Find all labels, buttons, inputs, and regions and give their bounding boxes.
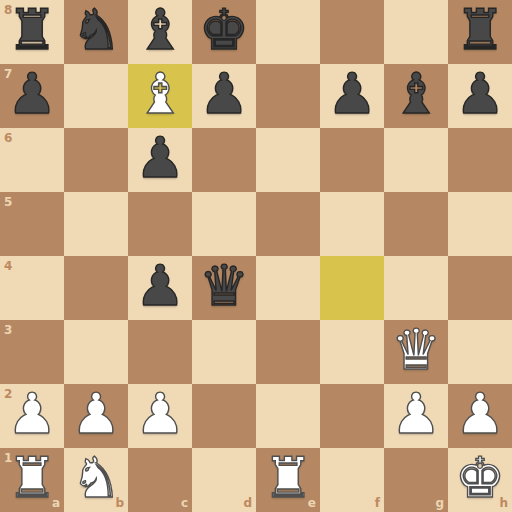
square-h5[interactable] (448, 192, 512, 256)
square-c1[interactable]: c (128, 448, 192, 512)
black-pawn-icon[interactable]: ♟ (135, 254, 185, 318)
square-f1[interactable]: f (320, 448, 384, 512)
square-f6[interactable] (320, 128, 384, 192)
black-bishop-icon[interactable]: ♝ (135, 0, 185, 62)
square-a8[interactable]: 8♜ (0, 0, 64, 64)
file-label-c: c (181, 497, 188, 509)
square-c6[interactable]: ♟ (128, 128, 192, 192)
square-d1[interactable]: d (192, 448, 256, 512)
square-d5[interactable] (192, 192, 256, 256)
black-pawn-icon[interactable]: ♟ (199, 62, 249, 126)
square-e6[interactable] (256, 128, 320, 192)
square-g3[interactable]: ♛ (384, 320, 448, 384)
square-c7[interactable]: ♝ (128, 64, 192, 128)
square-g1[interactable]: g (384, 448, 448, 512)
white-queen-icon[interactable]: ♛ (391, 318, 441, 382)
square-b1[interactable]: b♞ (64, 448, 128, 512)
square-h1[interactable]: h♚ (448, 448, 512, 512)
square-f8[interactable] (320, 0, 384, 64)
white-knight-icon[interactable]: ♞ (71, 446, 121, 510)
file-label-f: f (375, 497, 380, 509)
black-pawn-icon[interactable]: ♟ (455, 62, 505, 126)
square-e2[interactable] (256, 384, 320, 448)
rank-label-5: 5 (4, 196, 12, 208)
square-e1[interactable]: e♜ (256, 448, 320, 512)
black-pawn-icon[interactable]: ♟ (7, 62, 57, 126)
black-knight-icon[interactable]: ♞ (71, 0, 121, 62)
white-pawn-icon[interactable]: ♟ (455, 382, 505, 446)
square-d2[interactable] (192, 384, 256, 448)
white-pawn-icon[interactable]: ♟ (391, 382, 441, 446)
square-a2[interactable]: 2♟ (0, 384, 64, 448)
square-b5[interactable] (64, 192, 128, 256)
square-d3[interactable] (192, 320, 256, 384)
black-pawn-icon[interactable]: ♟ (135, 126, 185, 190)
square-e7[interactable] (256, 64, 320, 128)
white-pawn-icon[interactable]: ♟ (7, 382, 57, 446)
square-b2[interactable]: ♟ (64, 384, 128, 448)
square-h7[interactable]: ♟ (448, 64, 512, 128)
square-h4[interactable] (448, 256, 512, 320)
square-f3[interactable] (320, 320, 384, 384)
rank-label-6: 6 (4, 132, 12, 144)
square-d4[interactable]: ♛ (192, 256, 256, 320)
white-rook-icon[interactable]: ♜ (263, 446, 313, 510)
square-f4[interactable] (320, 256, 384, 320)
square-a7[interactable]: 7♟ (0, 64, 64, 128)
square-b4[interactable] (64, 256, 128, 320)
square-f5[interactable] (320, 192, 384, 256)
square-e4[interactable] (256, 256, 320, 320)
square-a6[interactable]: 6 (0, 128, 64, 192)
white-king-icon[interactable]: ♚ (455, 446, 505, 510)
black-king-icon[interactable]: ♚ (199, 0, 249, 62)
square-d7[interactable]: ♟ (192, 64, 256, 128)
file-label-g: g (435, 497, 444, 509)
square-g4[interactable] (384, 256, 448, 320)
black-bishop-icon[interactable]: ♝ (391, 62, 441, 126)
square-d6[interactable] (192, 128, 256, 192)
square-b8[interactable]: ♞ (64, 0, 128, 64)
square-h8[interactable]: ♜ (448, 0, 512, 64)
rank-label-3: 3 (4, 324, 12, 336)
chess-board: 8♜♞♝♚♜7♟♝♟♟♝♟6♟54♟♛3♛2♟♟♟♟♟1a♜b♞cde♜fgh♚ (0, 0, 512, 512)
white-pawn-icon[interactable]: ♟ (135, 382, 185, 446)
rank-label-4: 4 (4, 260, 12, 272)
white-pawn-icon[interactable]: ♟ (71, 382, 121, 446)
file-label-d: d (243, 497, 252, 509)
square-h3[interactable] (448, 320, 512, 384)
square-d8[interactable]: ♚ (192, 0, 256, 64)
square-b3[interactable] (64, 320, 128, 384)
square-c5[interactable] (128, 192, 192, 256)
square-c8[interactable]: ♝ (128, 0, 192, 64)
square-g5[interactable] (384, 192, 448, 256)
square-c3[interactable] (128, 320, 192, 384)
white-rook-icon[interactable]: ♜ (7, 446, 57, 510)
square-f2[interactable] (320, 384, 384, 448)
square-g7[interactable]: ♝ (384, 64, 448, 128)
black-queen-icon[interactable]: ♛ (199, 254, 249, 318)
black-rook-icon[interactable]: ♜ (7, 0, 57, 62)
black-rook-icon[interactable]: ♜ (455, 0, 505, 62)
white-bishop-icon[interactable]: ♝ (135, 62, 185, 126)
square-e3[interactable] (256, 320, 320, 384)
square-h6[interactable] (448, 128, 512, 192)
black-pawn-icon[interactable]: ♟ (327, 62, 377, 126)
square-a5[interactable]: 5 (0, 192, 64, 256)
square-g2[interactable]: ♟ (384, 384, 448, 448)
square-a3[interactable]: 3 (0, 320, 64, 384)
square-b6[interactable] (64, 128, 128, 192)
square-g6[interactable] (384, 128, 448, 192)
square-a4[interactable]: 4 (0, 256, 64, 320)
square-b7[interactable] (64, 64, 128, 128)
square-c4[interactable]: ♟ (128, 256, 192, 320)
square-g8[interactable] (384, 0, 448, 64)
square-f7[interactable]: ♟ (320, 64, 384, 128)
square-h2[interactable]: ♟ (448, 384, 512, 448)
square-e5[interactable] (256, 192, 320, 256)
square-c2[interactable]: ♟ (128, 384, 192, 448)
square-a1[interactable]: 1a♜ (0, 448, 64, 512)
square-e8[interactable] (256, 0, 320, 64)
